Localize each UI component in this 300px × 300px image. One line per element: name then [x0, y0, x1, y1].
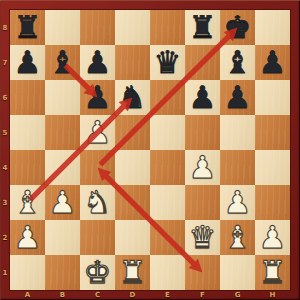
square-d5[interactable] — [115, 115, 150, 150]
square-h8[interactable] — [255, 10, 290, 45]
square-g3[interactable]: ♟ — [220, 185, 255, 220]
square-f3[interactable] — [185, 185, 220, 220]
square-a8[interactable]: ♜ — [10, 10, 45, 45]
piece-white-queen-f2[interactable]: ♛ — [185, 220, 220, 255]
square-g5[interactable] — [220, 115, 255, 150]
square-b5[interactable] — [45, 115, 80, 150]
square-f4[interactable]: ♟ — [185, 150, 220, 185]
piece-black-bishop-g7[interactable]: ♝ — [220, 45, 255, 80]
piece-black-queen-e7[interactable]: ♛ — [150, 45, 185, 80]
chess-board[interactable]: ♜♜♚♟♝♟♛♝♟♟♞♟♟♟♟♝♟♞♟♟♛♝♟♚♜♜ — [10, 10, 290, 290]
piece-black-pawn-c7[interactable]: ♟ — [80, 45, 115, 80]
square-c4[interactable] — [80, 150, 115, 185]
square-d2[interactable] — [115, 220, 150, 255]
piece-white-pawn-a2[interactable]: ♟ — [10, 220, 45, 255]
piece-black-pawn-c6[interactable]: ♟ — [80, 80, 115, 115]
square-d4[interactable] — [115, 150, 150, 185]
piece-white-pawn-b3[interactable]: ♟ — [45, 185, 80, 220]
square-f1[interactable] — [185, 255, 220, 290]
chess-app: ♜♜♚♟♝♟♛♝♟♟♞♟♟♟♟♝♟♞♟♟♛♝♟♚♜♜ 87654321ABCDE… — [0, 0, 300, 300]
piece-white-rook-d1[interactable]: ♜ — [115, 255, 150, 290]
piece-black-king-g8[interactable]: ♚ — [220, 10, 255, 45]
piece-black-pawn-a7[interactable]: ♟ — [10, 45, 45, 80]
square-f7[interactable] — [185, 45, 220, 80]
piece-white-pawn-c5[interactable]: ♟ — [80, 115, 115, 150]
piece-white-king-c1[interactable]: ♚ — [80, 255, 115, 290]
square-d8[interactable] — [115, 10, 150, 45]
square-b7[interactable]: ♝ — [45, 45, 80, 80]
square-e8[interactable] — [150, 10, 185, 45]
square-h4[interactable] — [255, 150, 290, 185]
piece-white-pawn-h2[interactable]: ♟ — [255, 220, 290, 255]
square-e6[interactable] — [150, 80, 185, 115]
piece-black-bishop-b7[interactable]: ♝ — [45, 45, 80, 80]
square-e4[interactable] — [150, 150, 185, 185]
square-g6[interactable]: ♟ — [220, 80, 255, 115]
square-h5[interactable] — [255, 115, 290, 150]
square-g2[interactable]: ♝ — [220, 220, 255, 255]
square-a5[interactable] — [10, 115, 45, 150]
piece-black-pawn-h7[interactable]: ♟ — [255, 45, 290, 80]
piece-white-pawn-f4[interactable]: ♟ — [185, 150, 220, 185]
square-b3[interactable]: ♟ — [45, 185, 80, 220]
square-h7[interactable]: ♟ — [255, 45, 290, 80]
square-c3[interactable]: ♞ — [80, 185, 115, 220]
square-h1[interactable]: ♜ — [255, 255, 290, 290]
square-e7[interactable]: ♛ — [150, 45, 185, 80]
square-f2[interactable]: ♛ — [185, 220, 220, 255]
square-h3[interactable] — [255, 185, 290, 220]
square-f6[interactable]: ♟ — [185, 80, 220, 115]
square-c5[interactable]: ♟ — [80, 115, 115, 150]
square-h6[interactable] — [255, 80, 290, 115]
square-d3[interactable] — [115, 185, 150, 220]
square-f8[interactable]: ♜ — [185, 10, 220, 45]
square-d1[interactable]: ♜ — [115, 255, 150, 290]
square-c7[interactable]: ♟ — [80, 45, 115, 80]
piece-black-rook-f8[interactable]: ♜ — [185, 10, 220, 45]
square-a2[interactable]: ♟ — [10, 220, 45, 255]
piece-black-knight-d6[interactable]: ♞ — [115, 80, 150, 115]
square-b8[interactable] — [45, 10, 80, 45]
piece-white-bishop-a3[interactable]: ♝ — [10, 185, 45, 220]
square-e5[interactable] — [150, 115, 185, 150]
square-d6[interactable]: ♞ — [115, 80, 150, 115]
square-b6[interactable] — [45, 80, 80, 115]
square-g4[interactable] — [220, 150, 255, 185]
piece-white-rook-h1[interactable]: ♜ — [255, 255, 290, 290]
square-e1[interactable] — [150, 255, 185, 290]
piece-white-bishop-g2[interactable]: ♝ — [220, 220, 255, 255]
square-h2[interactable]: ♟ — [255, 220, 290, 255]
square-a4[interactable] — [10, 150, 45, 185]
square-e2[interactable] — [150, 220, 185, 255]
piece-white-pawn-g3[interactable]: ♟ — [220, 185, 255, 220]
square-a7[interactable]: ♟ — [10, 45, 45, 80]
square-g1[interactable] — [220, 255, 255, 290]
square-c8[interactable] — [80, 10, 115, 45]
piece-black-rook-a8[interactable]: ♜ — [10, 10, 45, 45]
square-a1[interactable] — [10, 255, 45, 290]
square-a3[interactable]: ♝ — [10, 185, 45, 220]
square-g8[interactable]: ♚ — [220, 10, 255, 45]
piece-black-pawn-f6[interactable]: ♟ — [185, 80, 220, 115]
square-d7[interactable] — [115, 45, 150, 80]
square-g7[interactable]: ♝ — [220, 45, 255, 80]
square-c1[interactable]: ♚ — [80, 255, 115, 290]
piece-black-pawn-g6[interactable]: ♟ — [220, 80, 255, 115]
square-b4[interactable] — [45, 150, 80, 185]
square-a6[interactable] — [10, 80, 45, 115]
square-c6[interactable]: ♟ — [80, 80, 115, 115]
square-b2[interactable] — [45, 220, 80, 255]
square-e3[interactable] — [150, 185, 185, 220]
square-b1[interactable] — [45, 255, 80, 290]
square-f5[interactable] — [185, 115, 220, 150]
piece-white-knight-c3[interactable]: ♞ — [80, 185, 115, 220]
square-c2[interactable] — [80, 220, 115, 255]
